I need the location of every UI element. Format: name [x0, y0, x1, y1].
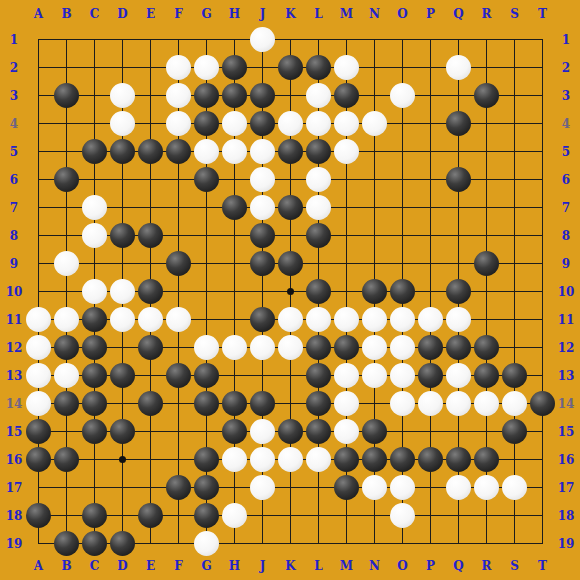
intersection-O11[interactable]: [388, 305, 416, 333]
intersection-C3[interactable]: [80, 81, 108, 109]
intersection-R3[interactable]: [472, 81, 500, 109]
intersection-S5[interactable]: [500, 137, 528, 165]
intersection-Q18[interactable]: [444, 501, 472, 529]
intersection-G19[interactable]: [192, 529, 220, 557]
intersection-J18[interactable]: [248, 501, 276, 529]
intersection-N18[interactable]: [360, 501, 388, 529]
intersection-L19[interactable]: [304, 529, 332, 557]
intersection-E7[interactable]: [136, 193, 164, 221]
intersection-T1[interactable]: [528, 25, 556, 53]
intersection-J16[interactable]: [248, 445, 276, 473]
intersection-G10[interactable]: [192, 277, 220, 305]
intersection-R1[interactable]: [472, 25, 500, 53]
intersection-T19[interactable]: [528, 529, 556, 557]
intersection-T12[interactable]: [528, 333, 556, 361]
intersection-Q4[interactable]: [444, 109, 472, 137]
intersection-T10[interactable]: [528, 277, 556, 305]
intersection-J8[interactable]: [248, 221, 276, 249]
intersection-E3[interactable]: [136, 81, 164, 109]
intersection-F6[interactable]: [164, 165, 192, 193]
intersection-N12[interactable]: [360, 333, 388, 361]
intersection-C9[interactable]: [80, 249, 108, 277]
intersection-D3[interactable]: [108, 81, 136, 109]
intersection-P10[interactable]: [416, 277, 444, 305]
intersection-D4[interactable]: [108, 109, 136, 137]
intersection-C11[interactable]: [80, 305, 108, 333]
intersection-G3[interactable]: [192, 81, 220, 109]
intersection-O15[interactable]: [388, 417, 416, 445]
intersection-H13[interactable]: [220, 361, 248, 389]
intersection-A4[interactable]: [24, 109, 52, 137]
intersection-B19[interactable]: [52, 529, 80, 557]
intersection-A6[interactable]: [24, 165, 52, 193]
intersection-O19[interactable]: [388, 529, 416, 557]
intersection-S12[interactable]: [500, 333, 528, 361]
intersection-G4[interactable]: [192, 109, 220, 137]
intersection-L11[interactable]: [304, 305, 332, 333]
intersection-G5[interactable]: [192, 137, 220, 165]
intersection-L6[interactable]: [304, 165, 332, 193]
intersection-C12[interactable]: [80, 333, 108, 361]
intersection-J2[interactable]: [248, 53, 276, 81]
intersection-H12[interactable]: [220, 333, 248, 361]
intersection-C5[interactable]: [80, 137, 108, 165]
intersection-O4[interactable]: [388, 109, 416, 137]
intersection-F13[interactable]: [164, 361, 192, 389]
intersection-T8[interactable]: [528, 221, 556, 249]
intersection-B8[interactable]: [52, 221, 80, 249]
intersection-G8[interactable]: [192, 221, 220, 249]
intersection-Q12[interactable]: [444, 333, 472, 361]
intersection-F12[interactable]: [164, 333, 192, 361]
intersection-K16[interactable]: [276, 445, 304, 473]
intersection-S15[interactable]: [500, 417, 528, 445]
intersection-H11[interactable]: [220, 305, 248, 333]
intersection-R15[interactable]: [472, 417, 500, 445]
intersection-O1[interactable]: [388, 25, 416, 53]
intersection-M10[interactable]: [332, 277, 360, 305]
intersection-R13[interactable]: [472, 361, 500, 389]
intersection-F3[interactable]: [164, 81, 192, 109]
intersection-M9[interactable]: [332, 249, 360, 277]
intersection-S11[interactable]: [500, 305, 528, 333]
intersection-B6[interactable]: [52, 165, 80, 193]
intersection-M4[interactable]: [332, 109, 360, 137]
intersection-L2[interactable]: [304, 53, 332, 81]
intersection-Q10[interactable]: [444, 277, 472, 305]
intersection-O16[interactable]: [388, 445, 416, 473]
intersection-D9[interactable]: [108, 249, 136, 277]
intersection-T16[interactable]: [528, 445, 556, 473]
intersection-B16[interactable]: [52, 445, 80, 473]
intersection-T13[interactable]: [528, 361, 556, 389]
intersection-G7[interactable]: [192, 193, 220, 221]
intersection-E18[interactable]: [136, 501, 164, 529]
intersection-M1[interactable]: [332, 25, 360, 53]
intersection-E14[interactable]: [136, 389, 164, 417]
intersection-G13[interactable]: [192, 361, 220, 389]
intersection-K9[interactable]: [276, 249, 304, 277]
intersection-T15[interactable]: [528, 417, 556, 445]
intersection-A15[interactable]: [24, 417, 52, 445]
intersection-L13[interactable]: [304, 361, 332, 389]
intersection-M11[interactable]: [332, 305, 360, 333]
intersection-G16[interactable]: [192, 445, 220, 473]
intersection-Q11[interactable]: [444, 305, 472, 333]
intersection-D10[interactable]: [108, 277, 136, 305]
intersection-S14[interactable]: [500, 389, 528, 417]
intersection-F19[interactable]: [164, 529, 192, 557]
intersection-H6[interactable]: [220, 165, 248, 193]
intersection-A3[interactable]: [24, 81, 52, 109]
intersection-H5[interactable]: [220, 137, 248, 165]
intersection-Q7[interactable]: [444, 193, 472, 221]
intersection-N11[interactable]: [360, 305, 388, 333]
intersection-N8[interactable]: [360, 221, 388, 249]
intersection-F16[interactable]: [164, 445, 192, 473]
intersection-N10[interactable]: [360, 277, 388, 305]
intersection-D5[interactable]: [108, 137, 136, 165]
intersection-G14[interactable]: [192, 389, 220, 417]
intersection-D7[interactable]: [108, 193, 136, 221]
intersection-B7[interactable]: [52, 193, 80, 221]
intersection-C10[interactable]: [80, 277, 108, 305]
intersection-K14[interactable]: [276, 389, 304, 417]
intersection-K10[interactable]: [276, 277, 304, 305]
intersection-T4[interactable]: [528, 109, 556, 137]
intersection-P15[interactable]: [416, 417, 444, 445]
intersection-D2[interactable]: [108, 53, 136, 81]
intersection-R16[interactable]: [472, 445, 500, 473]
intersection-N9[interactable]: [360, 249, 388, 277]
intersection-E6[interactable]: [136, 165, 164, 193]
intersection-E17[interactable]: [136, 473, 164, 501]
intersection-E10[interactable]: [136, 277, 164, 305]
intersection-S16[interactable]: [500, 445, 528, 473]
intersection-O5[interactable]: [388, 137, 416, 165]
intersection-C7[interactable]: [80, 193, 108, 221]
intersection-E2[interactable]: [136, 53, 164, 81]
intersection-Q9[interactable]: [444, 249, 472, 277]
intersection-H16[interactable]: [220, 445, 248, 473]
intersection-T2[interactable]: [528, 53, 556, 81]
intersection-J9[interactable]: [248, 249, 276, 277]
intersection-T11[interactable]: [528, 305, 556, 333]
intersection-P13[interactable]: [416, 361, 444, 389]
intersection-K3[interactable]: [276, 81, 304, 109]
intersection-G15[interactable]: [192, 417, 220, 445]
intersection-A8[interactable]: [24, 221, 52, 249]
intersection-T9[interactable]: [528, 249, 556, 277]
intersection-C15[interactable]: [80, 417, 108, 445]
intersection-M13[interactable]: [332, 361, 360, 389]
intersection-C17[interactable]: [80, 473, 108, 501]
intersection-O6[interactable]: [388, 165, 416, 193]
intersection-K1[interactable]: [276, 25, 304, 53]
intersection-D14[interactable]: [108, 389, 136, 417]
intersection-M5[interactable]: [332, 137, 360, 165]
intersection-E19[interactable]: [136, 529, 164, 557]
intersection-P12[interactable]: [416, 333, 444, 361]
intersection-C18[interactable]: [80, 501, 108, 529]
intersection-K2[interactable]: [276, 53, 304, 81]
intersection-O18[interactable]: [388, 501, 416, 529]
intersection-L7[interactable]: [304, 193, 332, 221]
intersection-C16[interactable]: [80, 445, 108, 473]
intersection-T6[interactable]: [528, 165, 556, 193]
intersection-R8[interactable]: [472, 221, 500, 249]
intersection-H8[interactable]: [220, 221, 248, 249]
intersection-S10[interactable]: [500, 277, 528, 305]
intersection-H3[interactable]: [220, 81, 248, 109]
intersection-Q17[interactable]: [444, 473, 472, 501]
intersection-T14[interactable]: [528, 389, 556, 417]
intersection-N2[interactable]: [360, 53, 388, 81]
intersection-L15[interactable]: [304, 417, 332, 445]
intersection-Q2[interactable]: [444, 53, 472, 81]
intersection-R18[interactable]: [472, 501, 500, 529]
intersection-C4[interactable]: [80, 109, 108, 137]
intersection-Q14[interactable]: [444, 389, 472, 417]
intersection-O8[interactable]: [388, 221, 416, 249]
intersection-N1[interactable]: [360, 25, 388, 53]
intersection-D15[interactable]: [108, 417, 136, 445]
intersection-D6[interactable]: [108, 165, 136, 193]
intersection-N6[interactable]: [360, 165, 388, 193]
intersection-R14[interactable]: [472, 389, 500, 417]
intersection-N17[interactable]: [360, 473, 388, 501]
intersection-M15[interactable]: [332, 417, 360, 445]
intersection-K4[interactable]: [276, 109, 304, 137]
intersection-O7[interactable]: [388, 193, 416, 221]
intersection-P9[interactable]: [416, 249, 444, 277]
intersection-O9[interactable]: [388, 249, 416, 277]
intersection-B10[interactable]: [52, 277, 80, 305]
intersection-B3[interactable]: [52, 81, 80, 109]
intersection-K11[interactable]: [276, 305, 304, 333]
intersection-O10[interactable]: [388, 277, 416, 305]
intersection-H18[interactable]: [220, 501, 248, 529]
intersection-E1[interactable]: [136, 25, 164, 53]
intersection-S18[interactable]: [500, 501, 528, 529]
intersection-A1[interactable]: [24, 25, 52, 53]
intersection-D18[interactable]: [108, 501, 136, 529]
intersection-B17[interactable]: [52, 473, 80, 501]
intersection-K13[interactable]: [276, 361, 304, 389]
intersection-R4[interactable]: [472, 109, 500, 137]
intersection-D1[interactable]: [108, 25, 136, 53]
intersection-N7[interactable]: [360, 193, 388, 221]
intersection-M14[interactable]: [332, 389, 360, 417]
intersection-P3[interactable]: [416, 81, 444, 109]
intersection-E16[interactable]: [136, 445, 164, 473]
intersection-Q15[interactable]: [444, 417, 472, 445]
intersection-A17[interactable]: [24, 473, 52, 501]
intersection-P16[interactable]: [416, 445, 444, 473]
intersection-J1[interactable]: [248, 25, 276, 53]
intersection-T5[interactable]: [528, 137, 556, 165]
intersection-N16[interactable]: [360, 445, 388, 473]
intersection-F11[interactable]: [164, 305, 192, 333]
intersection-C1[interactable]: [80, 25, 108, 53]
intersection-B18[interactable]: [52, 501, 80, 529]
intersection-N4[interactable]: [360, 109, 388, 137]
intersection-P6[interactable]: [416, 165, 444, 193]
intersection-F1[interactable]: [164, 25, 192, 53]
intersection-F9[interactable]: [164, 249, 192, 277]
intersection-R5[interactable]: [472, 137, 500, 165]
intersection-G9[interactable]: [192, 249, 220, 277]
intersection-P19[interactable]: [416, 529, 444, 557]
intersection-B2[interactable]: [52, 53, 80, 81]
intersection-T17[interactable]: [528, 473, 556, 501]
intersection-E15[interactable]: [136, 417, 164, 445]
intersection-J17[interactable]: [248, 473, 276, 501]
intersection-E13[interactable]: [136, 361, 164, 389]
intersection-L3[interactable]: [304, 81, 332, 109]
intersection-E5[interactable]: [136, 137, 164, 165]
intersection-F2[interactable]: [164, 53, 192, 81]
intersection-K17[interactable]: [276, 473, 304, 501]
intersection-M16[interactable]: [332, 445, 360, 473]
intersection-F8[interactable]: [164, 221, 192, 249]
intersection-P18[interactable]: [416, 501, 444, 529]
intersection-Q19[interactable]: [444, 529, 472, 557]
intersection-A14[interactable]: [24, 389, 52, 417]
intersection-E12[interactable]: [136, 333, 164, 361]
intersection-G18[interactable]: [192, 501, 220, 529]
intersection-H15[interactable]: [220, 417, 248, 445]
intersection-P7[interactable]: [416, 193, 444, 221]
intersection-E9[interactable]: [136, 249, 164, 277]
intersection-R11[interactable]: [472, 305, 500, 333]
intersection-F17[interactable]: [164, 473, 192, 501]
intersection-T7[interactable]: [528, 193, 556, 221]
intersection-K19[interactable]: [276, 529, 304, 557]
intersection-D12[interactable]: [108, 333, 136, 361]
intersection-B1[interactable]: [52, 25, 80, 53]
intersection-L16[interactable]: [304, 445, 332, 473]
intersection-S13[interactable]: [500, 361, 528, 389]
intersection-M7[interactable]: [332, 193, 360, 221]
intersection-H2[interactable]: [220, 53, 248, 81]
intersection-R7[interactable]: [472, 193, 500, 221]
intersection-Q1[interactable]: [444, 25, 472, 53]
intersection-S3[interactable]: [500, 81, 528, 109]
intersection-A9[interactable]: [24, 249, 52, 277]
intersection-J19[interactable]: [248, 529, 276, 557]
intersection-J11[interactable]: [248, 305, 276, 333]
intersection-S2[interactable]: [500, 53, 528, 81]
intersection-P8[interactable]: [416, 221, 444, 249]
intersection-K6[interactable]: [276, 165, 304, 193]
intersection-R17[interactable]: [472, 473, 500, 501]
intersection-O14[interactable]: [388, 389, 416, 417]
intersection-J3[interactable]: [248, 81, 276, 109]
intersection-S4[interactable]: [500, 109, 528, 137]
intersection-P1[interactable]: [416, 25, 444, 53]
intersection-H14[interactable]: [220, 389, 248, 417]
intersection-J7[interactable]: [248, 193, 276, 221]
intersection-O2[interactable]: [388, 53, 416, 81]
intersection-Q3[interactable]: [444, 81, 472, 109]
intersection-D17[interactable]: [108, 473, 136, 501]
intersection-S8[interactable]: [500, 221, 528, 249]
intersection-G11[interactable]: [192, 305, 220, 333]
intersection-B14[interactable]: [52, 389, 80, 417]
intersection-F15[interactable]: [164, 417, 192, 445]
intersection-L8[interactable]: [304, 221, 332, 249]
intersection-L12[interactable]: [304, 333, 332, 361]
intersection-J12[interactable]: [248, 333, 276, 361]
intersection-D13[interactable]: [108, 361, 136, 389]
intersection-M2[interactable]: [332, 53, 360, 81]
intersection-S17[interactable]: [500, 473, 528, 501]
intersection-O13[interactable]: [388, 361, 416, 389]
intersection-C8[interactable]: [80, 221, 108, 249]
intersection-T18[interactable]: [528, 501, 556, 529]
intersection-P17[interactable]: [416, 473, 444, 501]
intersection-O17[interactable]: [388, 473, 416, 501]
intersection-M18[interactable]: [332, 501, 360, 529]
intersection-M19[interactable]: [332, 529, 360, 557]
intersection-Q16[interactable]: [444, 445, 472, 473]
intersection-R19[interactable]: [472, 529, 500, 557]
intersection-C14[interactable]: [80, 389, 108, 417]
intersection-N3[interactable]: [360, 81, 388, 109]
intersection-M17[interactable]: [332, 473, 360, 501]
intersection-S19[interactable]: [500, 529, 528, 557]
intersection-E11[interactable]: [136, 305, 164, 333]
intersection-E4[interactable]: [136, 109, 164, 137]
intersection-N14[interactable]: [360, 389, 388, 417]
intersection-K7[interactable]: [276, 193, 304, 221]
intersection-C6[interactable]: [80, 165, 108, 193]
intersection-H10[interactable]: [220, 277, 248, 305]
intersection-R12[interactable]: [472, 333, 500, 361]
intersection-C13[interactable]: [80, 361, 108, 389]
intersection-C19[interactable]: [80, 529, 108, 557]
intersection-D19[interactable]: [108, 529, 136, 557]
intersection-L4[interactable]: [304, 109, 332, 137]
intersection-J5[interactable]: [248, 137, 276, 165]
intersection-J15[interactable]: [248, 417, 276, 445]
intersection-A7[interactable]: [24, 193, 52, 221]
intersection-R10[interactable]: [472, 277, 500, 305]
intersection-H7[interactable]: [220, 193, 248, 221]
intersection-Q6[interactable]: [444, 165, 472, 193]
intersection-K15[interactable]: [276, 417, 304, 445]
intersection-P4[interactable]: [416, 109, 444, 137]
intersection-Q8[interactable]: [444, 221, 472, 249]
intersection-H9[interactable]: [220, 249, 248, 277]
intersection-D16[interactable]: [108, 445, 136, 473]
intersection-F4[interactable]: [164, 109, 192, 137]
intersection-B9[interactable]: [52, 249, 80, 277]
intersection-H4[interactable]: [220, 109, 248, 137]
intersection-H17[interactable]: [220, 473, 248, 501]
intersection-N19[interactable]: [360, 529, 388, 557]
intersection-A2[interactable]: [24, 53, 52, 81]
intersection-Q13[interactable]: [444, 361, 472, 389]
intersection-M12[interactable]: [332, 333, 360, 361]
intersection-B4[interactable]: [52, 109, 80, 137]
intersection-L5[interactable]: [304, 137, 332, 165]
intersection-D11[interactable]: [108, 305, 136, 333]
intersection-F10[interactable]: [164, 277, 192, 305]
intersection-G2[interactable]: [192, 53, 220, 81]
intersection-S1[interactable]: [500, 25, 528, 53]
